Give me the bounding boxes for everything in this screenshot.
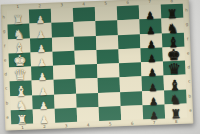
- black-pawn[interactable]: ♟: [146, 25, 155, 35]
- chessboard: 12345678 hgfedcba hgfedcba 12345678 ♜♟♟♜…: [1, 0, 194, 131]
- white-pawn[interactable]: ♟: [37, 58, 46, 68]
- rank-label-3: 3: [51, 2, 73, 8]
- square-g8[interactable]: ♞: [161, 18, 184, 33]
- black-pawn[interactable]: ♟: [147, 39, 156, 49]
- white-pawn[interactable]: ♟: [36, 15, 45, 25]
- file-label-e: e: [3, 53, 9, 67]
- black-rook[interactable]: ♜: [167, 8, 178, 20]
- white-queen[interactable]: ♛: [13, 68, 27, 84]
- square-b1[interactable]: ♞: [10, 95, 33, 110]
- square-f8[interactable]: ♝: [162, 32, 185, 47]
- black-pawn[interactable]: ♟: [146, 11, 155, 21]
- rank-label-4: 4: [73, 1, 95, 7]
- square-c4[interactable]: [76, 78, 99, 93]
- board-grid: ♜♟♟♜♞♟♟♞♝♟♟♝♚♟♟♚♛♟♟♛♝♟♟♝♞♟♟♞♜♟♟♜: [7, 4, 187, 125]
- square-h5[interactable]: [95, 6, 118, 21]
- square-g5[interactable]: [95, 20, 118, 35]
- square-b8[interactable]: ♞: [164, 89, 187, 104]
- rank-label-8: 8: [165, 119, 187, 125]
- square-b4[interactable]: [76, 92, 99, 107]
- black-queen[interactable]: ♛: [167, 62, 181, 78]
- square-b5[interactable]: [98, 92, 121, 107]
- white-rook[interactable]: ♜: [13, 14, 24, 26]
- rank-label-7: 7: [143, 119, 165, 125]
- rank-label-4: 4: [77, 122, 99, 128]
- rank-label-2: 2: [33, 124, 55, 130]
- square-f5[interactable]: [96, 35, 119, 50]
- file-label-g: g: [1, 25, 7, 39]
- rank-label-3: 3: [55, 123, 77, 129]
- file-label-h: h: [1, 10, 7, 24]
- white-pawn[interactable]: ♟: [37, 44, 46, 54]
- square-a6[interactable]: [121, 105, 144, 120]
- rank-label-2: 2: [29, 3, 51, 9]
- file-label-f: f: [2, 39, 8, 53]
- square-e5[interactable]: [96, 49, 119, 64]
- file-label-c: c: [186, 75, 192, 89]
- rank-label-1: 1: [7, 4, 29, 10]
- rank-label-1: 1: [11, 124, 33, 130]
- square-g1[interactable]: ♞: [7, 24, 30, 39]
- square-c3[interactable]: [54, 79, 77, 94]
- square-e6[interactable]: [118, 48, 141, 63]
- square-f1[interactable]: ♝: [8, 38, 31, 53]
- file-label-b: b: [187, 89, 193, 103]
- square-e3[interactable]: [52, 51, 75, 66]
- file-label-h: h: [184, 3, 190, 17]
- rank-label-6: 6: [121, 120, 143, 126]
- square-g3[interactable]: [51, 22, 74, 37]
- photo-background: 12345678 hgfedcba hgfedcba 12345678 ♜♟♟♜…: [0, 0, 200, 134]
- rank-label-5: 5: [99, 121, 121, 127]
- file-label-a: a: [188, 103, 194, 117]
- square-a5[interactable]: [99, 106, 122, 121]
- black-bishop[interactable]: ♝: [168, 77, 181, 91]
- square-c6[interactable]: [120, 77, 143, 92]
- square-d8[interactable]: ♛: [163, 61, 186, 76]
- square-d4[interactable]: [75, 64, 98, 79]
- file-label-b: b: [4, 96, 10, 110]
- black-knight[interactable]: ♞: [169, 93, 181, 106]
- square-h7[interactable]: ♟: [139, 5, 162, 20]
- black-pawn[interactable]: ♟: [148, 82, 157, 92]
- file-label-g: g: [184, 18, 190, 32]
- file-label-d: d: [3, 67, 9, 81]
- square-f3[interactable]: [52, 36, 75, 51]
- square-h4[interactable]: [73, 7, 96, 22]
- black-pawn[interactable]: ♟: [148, 68, 157, 78]
- square-c5[interactable]: [98, 77, 121, 92]
- black-pawn[interactable]: ♟: [149, 96, 158, 106]
- square-g6[interactable]: [117, 20, 140, 35]
- white-pawn[interactable]: ♟: [38, 86, 47, 96]
- white-knight[interactable]: ♞: [15, 98, 27, 111]
- square-f4[interactable]: [74, 36, 97, 51]
- white-pawn[interactable]: ♟: [36, 29, 45, 39]
- file-label-e: e: [185, 46, 191, 60]
- white-pawn[interactable]: ♟: [39, 101, 48, 111]
- square-h1[interactable]: ♜: [7, 10, 30, 25]
- square-h6[interactable]: [117, 5, 140, 20]
- rank-label-5: 5: [95, 0, 117, 6]
- black-pawn[interactable]: ♟: [147, 54, 156, 64]
- square-h2[interactable]: ♟: [29, 9, 52, 24]
- square-e4[interactable]: [74, 50, 97, 65]
- white-bishop[interactable]: ♝: [14, 83, 27, 97]
- square-b6[interactable]: [120, 91, 143, 106]
- rank-label-6: 6: [117, 0, 139, 5]
- square-a3[interactable]: [55, 108, 78, 123]
- square-a4[interactable]: [77, 107, 100, 122]
- file-label-f: f: [185, 32, 191, 46]
- square-f6[interactable]: [118, 34, 141, 49]
- square-h3[interactable]: [51, 8, 74, 23]
- square-h8[interactable]: ♜: [161, 4, 184, 19]
- square-b3[interactable]: [54, 93, 77, 108]
- square-d5[interactable]: [97, 63, 120, 78]
- file-label-d: d: [186, 60, 192, 74]
- square-g4[interactable]: [73, 21, 96, 36]
- square-d3[interactable]: [53, 65, 76, 80]
- white-pawn[interactable]: ♟: [38, 72, 47, 82]
- file-label-a: a: [5, 110, 11, 124]
- square-d1[interactable]: ♛: [9, 67, 32, 82]
- square-e1[interactable]: ♚: [9, 52, 32, 67]
- square-e8[interactable]: ♚: [162, 46, 185, 61]
- square-d6[interactable]: [119, 62, 142, 77]
- file-label-c: c: [4, 82, 10, 96]
